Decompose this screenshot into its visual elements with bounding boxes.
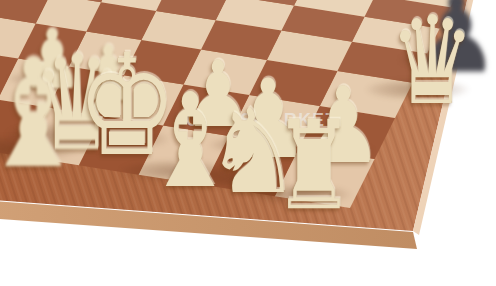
chess-set-product-photo: CHESSMARKET ♝♟♛♟♚♝♟♞♟♜♟♛♟ <box>0 0 496 286</box>
piece-white-rook: ♜ <box>273 105 355 227</box>
piece-white-queen: ♛ <box>389 0 474 122</box>
piece-white-bishop: ♝ <box>0 39 87 189</box>
